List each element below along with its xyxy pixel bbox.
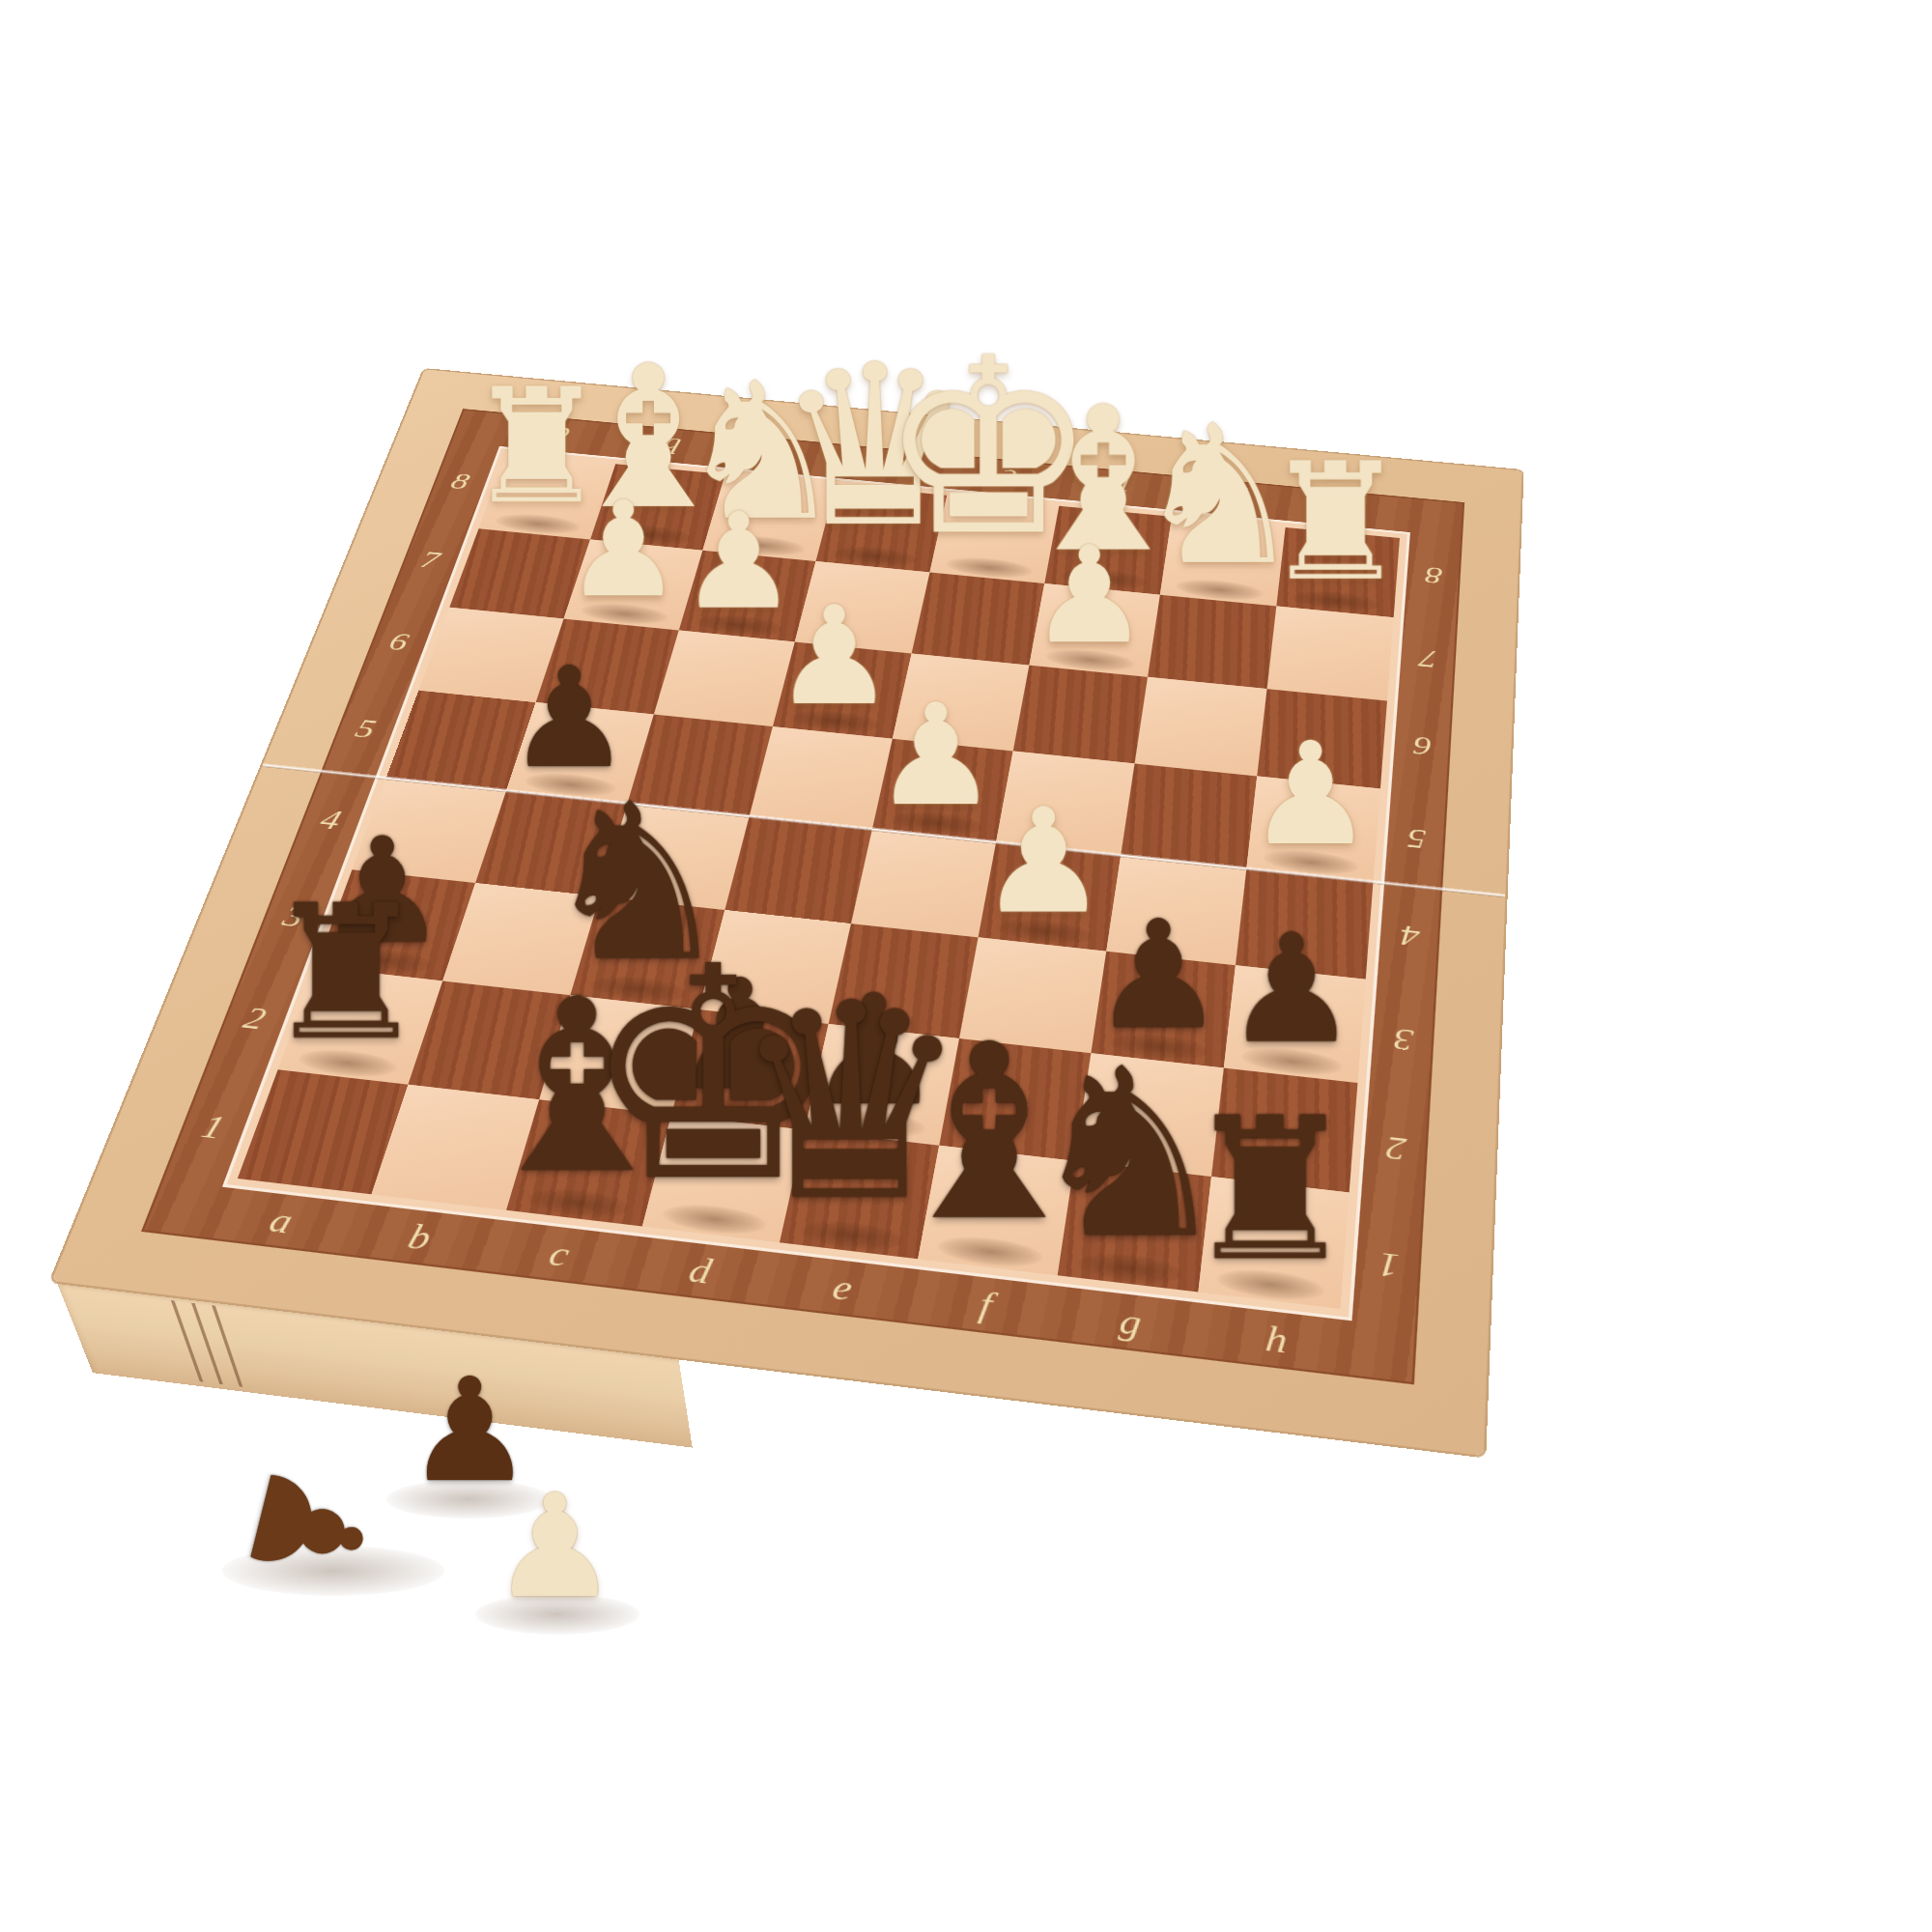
black-pawn-h3[interactable]: ♟ — [1224, 916, 1358, 1065]
square-h5[interactable]: ♟ — [1246, 776, 1380, 881]
rank-label-1: 1 — [1352, 1202, 1425, 1329]
rank-label-2: 2 — [1361, 1089, 1431, 1208]
white-pawn-f4[interactable]: ♟ — [979, 791, 1108, 936]
white-rook-h8[interactable]: ♜ — [1263, 442, 1407, 605]
square-d5[interactable] — [750, 726, 893, 829]
white-pawn-f7[interactable]: ♟ — [1030, 530, 1150, 664]
white-pawn-h5[interactable]: ♟ — [1247, 724, 1375, 867]
black-rook-h1[interactable]: ♜ — [1182, 1094, 1358, 1290]
square-h8[interactable]: ♜ — [1276, 527, 1400, 617]
square-e4[interactable] — [851, 829, 996, 937]
file-label-a: a — [203, 1187, 359, 1256]
chess-board: abcdefgh abcdefgh 87654321 87654321 ♜♝♞♛… — [51, 369, 1521, 1456]
rank-label-4: 4 — [1377, 883, 1442, 989]
white-pawn-b7[interactable]: ♟ — [564, 486, 682, 617]
file-label-h: h — [1200, 1303, 1351, 1377]
captured-white-pawn-standing[interactable]: ♟ — [491, 1476, 619, 1619]
square-f7[interactable]: ♟ — [1029, 583, 1159, 677]
decorative-grooves-left — [154, 1298, 253, 1388]
square-e7[interactable] — [912, 573, 1045, 666]
product-photo-stage: abcdefgh abcdefgh 87654321 87654321 ♜♝♞♛… — [0, 0, 1932, 1932]
decorative-grooves-right — [1338, 1444, 1426, 1533]
black-rook-a2[interactable]: ♜ — [263, 882, 429, 1067]
white-pawn-glyph: ♟ — [491, 1468, 619, 1627]
square-h3[interactable]: ♟ — [1224, 965, 1366, 1083]
square-h1[interactable]: ♜ — [1198, 1177, 1349, 1309]
board-scene: abcdefgh abcdefgh 87654321 87654321 ♜♝♞♛… — [0, 0, 1932, 1932]
square-a2[interactable]: ♜ — [278, 967, 443, 1085]
square-h7[interactable] — [1267, 606, 1394, 700]
rank-label-5: 5 — [1384, 788, 1448, 889]
rank-label-6: 6 — [1391, 698, 1453, 794]
square-g7[interactable] — [1148, 595, 1276, 689]
square-f6[interactable] — [1013, 666, 1148, 764]
square-g5[interactable] — [1121, 763, 1257, 867]
